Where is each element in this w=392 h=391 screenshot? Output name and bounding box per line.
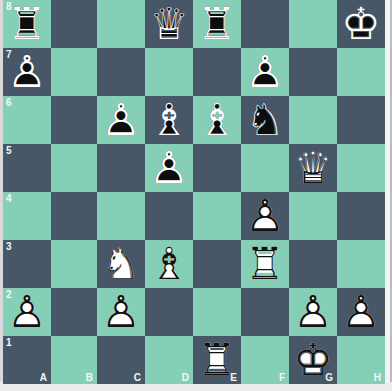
chess-board: 8♜♖♛♕♜♖♚♔7♟♙♟♙6♟♙♝♗♝♗♞♘5♟♙♛♕4♟♙3♞♘♝♗♜♖2♟…	[3, 0, 385, 382]
square-d4[interactable]	[145, 192, 193, 240]
square-b1[interactable]: B	[51, 336, 97, 384]
piece-glyph-outline: ♙	[97, 288, 145, 336]
piece-glyph-outline: ♗	[145, 96, 193, 144]
file-label-C: C	[134, 372, 141, 383]
rank-label-6: 6	[6, 97, 12, 108]
square-h6[interactable]	[337, 96, 385, 144]
piece-glyph-outline: ♙	[97, 96, 145, 144]
piece-glyph-outline: ♖	[3, 0, 51, 48]
rank-label-3: 3	[6, 241, 12, 252]
piece-glyph-outline: ♖	[193, 0, 241, 48]
piece-glyph-outline: ♗	[193, 96, 241, 144]
piece-white-rook-f3[interactable]: ♜♖	[241, 240, 289, 288]
square-e4[interactable]	[193, 192, 241, 240]
square-b5[interactable]	[51, 144, 97, 192]
square-h7[interactable]	[337, 48, 385, 96]
square-f5[interactable]	[241, 144, 289, 192]
piece-glyph-outline: ♙	[3, 48, 51, 96]
piece-black-queen-d8[interactable]: ♛♕	[145, 0, 193, 48]
square-f7[interactable]: ♟♙	[241, 48, 289, 96]
piece-white-pawn-a2[interactable]: ♟♙	[3, 288, 51, 336]
piece-black-king-h8[interactable]: ♚♔	[337, 0, 385, 48]
piece-white-pawn-h2[interactable]: ♟♙	[337, 288, 385, 336]
square-b8[interactable]	[51, 0, 97, 48]
piece-black-pawn-c6[interactable]: ♟♙	[97, 96, 145, 144]
square-b2[interactable]	[51, 288, 97, 336]
square-a7[interactable]: 7♟♙	[3, 48, 51, 96]
square-e7[interactable]	[193, 48, 241, 96]
square-g8[interactable]	[289, 0, 337, 48]
square-g4[interactable]	[289, 192, 337, 240]
square-a2[interactable]: 2♟♙	[3, 288, 51, 336]
piece-glyph-outline: ♙	[241, 48, 289, 96]
square-h5[interactable]	[337, 144, 385, 192]
piece-white-pawn-c2[interactable]: ♟♙	[97, 288, 145, 336]
square-e6[interactable]: ♝♗	[193, 96, 241, 144]
square-a8[interactable]: 8♜♖	[3, 0, 51, 48]
piece-glyph-outline: ♕	[289, 144, 337, 192]
piece-glyph-outline: ♖	[241, 240, 289, 288]
file-label-F: F	[279, 372, 285, 383]
square-h1[interactable]: H	[337, 336, 385, 384]
piece-black-pawn-d5[interactable]: ♟♙	[145, 144, 193, 192]
square-g7[interactable]	[289, 48, 337, 96]
piece-black-rook-a8[interactable]: ♜♖	[3, 0, 51, 48]
square-b7[interactable]	[51, 48, 97, 96]
piece-glyph-outline: ♕	[145, 0, 193, 48]
square-d8[interactable]: ♛♕	[145, 0, 193, 48]
chess-board-frame: 8♜♖♛♕♜♖♚♔7♟♙♟♙6♟♙♝♗♝♗♞♘5♟♙♛♕4♟♙3♞♘♝♗♜♖2♟…	[0, 0, 392, 391]
file-label-H: H	[374, 372, 381, 383]
square-c6[interactable]: ♟♙	[97, 96, 145, 144]
piece-glyph-outline: ♙	[241, 192, 289, 240]
square-f8[interactable]	[241, 0, 289, 48]
piece-glyph-outline: ♙	[3, 288, 51, 336]
piece-white-pawn-g2[interactable]: ♟♙	[289, 288, 337, 336]
square-a5[interactable]: 5	[3, 144, 51, 192]
square-e8[interactable]: ♜♖	[193, 0, 241, 48]
square-b3[interactable]	[51, 240, 97, 288]
square-h4[interactable]	[337, 192, 385, 240]
square-g5[interactable]: ♛♕	[289, 144, 337, 192]
piece-black-rook-e8[interactable]: ♜♖	[193, 0, 241, 48]
square-e3[interactable]	[193, 240, 241, 288]
square-c8[interactable]	[97, 0, 145, 48]
piece-white-rook-e1[interactable]: ♜♖	[193, 336, 241, 384]
file-label-A: A	[40, 372, 47, 383]
square-c3[interactable]: ♞♘	[97, 240, 145, 288]
square-g1[interactable]: G♚♔	[289, 336, 337, 384]
square-c5[interactable]	[97, 144, 145, 192]
square-b4[interactable]	[51, 192, 97, 240]
square-g2[interactable]: ♟♙	[289, 288, 337, 336]
piece-white-knight-c3[interactable]: ♞♘	[97, 240, 145, 288]
square-c2[interactable]: ♟♙	[97, 288, 145, 336]
square-e5[interactable]	[193, 144, 241, 192]
piece-black-pawn-a7[interactable]: ♟♙	[3, 48, 51, 96]
square-f6[interactable]: ♞♘	[241, 96, 289, 144]
board-right-margin	[385, 0, 392, 391]
piece-white-king-g1[interactable]: ♚♔	[289, 336, 337, 384]
piece-white-queen-g5[interactable]: ♛♕	[289, 144, 337, 192]
piece-glyph-outline: ♗	[145, 240, 193, 288]
piece-glyph-outline: ♔	[337, 0, 385, 48]
square-f1[interactable]: F	[241, 336, 289, 384]
file-label-D: D	[182, 372, 189, 383]
square-c4[interactable]	[97, 192, 145, 240]
piece-black-pawn-f7[interactable]: ♟♙	[241, 48, 289, 96]
square-g6[interactable]	[289, 96, 337, 144]
piece-glyph-outline: ♘	[241, 96, 289, 144]
square-d1[interactable]: D	[145, 336, 193, 384]
rank-label-1: 1	[6, 337, 12, 348]
square-f3[interactable]: ♜♖	[241, 240, 289, 288]
square-d3[interactable]: ♝♗	[145, 240, 193, 288]
piece-white-bishop-d3[interactable]: ♝♗	[145, 240, 193, 288]
square-h2[interactable]: ♟♙	[337, 288, 385, 336]
square-h8[interactable]: ♚♔	[337, 0, 385, 48]
piece-glyph-outline: ♔	[289, 336, 337, 384]
file-label-B: B	[86, 372, 93, 383]
square-c7[interactable]	[97, 48, 145, 96]
square-d2[interactable]	[145, 288, 193, 336]
square-d5[interactable]: ♟♙	[145, 144, 193, 192]
square-d7[interactable]	[145, 48, 193, 96]
piece-black-bishop-e6[interactable]: ♝♗	[193, 96, 241, 144]
piece-black-bishop-d6[interactable]: ♝♗	[145, 96, 193, 144]
square-e1[interactable]: E♜♖	[193, 336, 241, 384]
piece-black-knight-f6[interactable]: ♞♘	[241, 96, 289, 144]
square-b6[interactable]	[51, 96, 97, 144]
square-a4[interactable]: 4	[3, 192, 51, 240]
square-c1[interactable]: C	[97, 336, 145, 384]
piece-white-pawn-f4[interactable]: ♟♙	[241, 192, 289, 240]
square-e2[interactable]	[193, 288, 241, 336]
square-a3[interactable]: 3	[3, 240, 51, 288]
piece-glyph-outline: ♙	[145, 144, 193, 192]
square-f4[interactable]: ♟♙	[241, 192, 289, 240]
square-h3[interactable]	[337, 240, 385, 288]
rank-label-4: 4	[6, 193, 12, 204]
piece-glyph-outline: ♙	[289, 288, 337, 336]
square-a6[interactable]: 6	[3, 96, 51, 144]
piece-glyph-outline: ♘	[97, 240, 145, 288]
square-d6[interactable]: ♝♗	[145, 96, 193, 144]
piece-glyph-outline: ♙	[337, 288, 385, 336]
rank-label-5: 5	[6, 145, 12, 156]
piece-glyph-outline: ♖	[193, 336, 241, 384]
square-f2[interactable]	[241, 288, 289, 336]
square-g3[interactable]	[289, 240, 337, 288]
square-a1[interactable]: 1A	[3, 336, 51, 384]
